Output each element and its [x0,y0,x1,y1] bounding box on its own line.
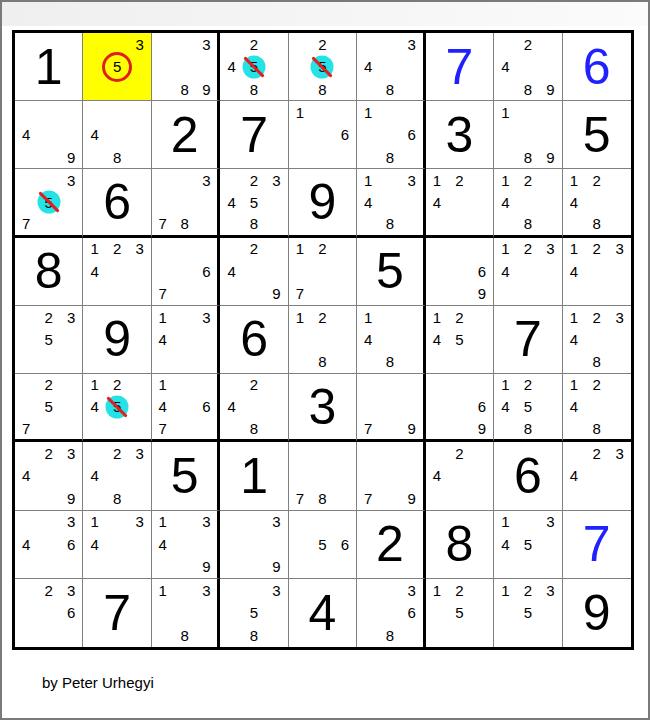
candidate-7: 7 [152,213,174,235]
candidate-6: 6 [401,124,423,146]
cell-r1c1[interactable]: 1 [15,33,83,101]
candidate-9: 9 [539,146,561,168]
cell-r5c4[interactable]: 6 [220,306,288,374]
candidate-1: 1 [357,306,379,328]
candidates-grid: 128 [289,306,356,373]
candidate-8: 8 [379,146,401,168]
given-digit: 9 [103,314,131,364]
cell-r6c8[interactable]: 12458 [494,374,562,442]
candidate-3: 3 [196,306,218,328]
cell-r6c6[interactable]: 79 [357,374,425,442]
given-digit: 8 [35,246,63,296]
cell-r8c4[interactable]: 39 [220,511,288,579]
cell-r5c8[interactable]: 7 [494,306,562,374]
candidate-8: 8 [174,624,196,647]
cell-r5c1[interactable]: 235 [15,306,83,374]
cell-r5c5[interactable]: 128 [289,306,357,374]
candidate-4: 4 [357,191,379,213]
candidate-3: 3 [128,238,150,260]
candidates-grid: 1234 [563,238,631,305]
candidate-4: 4 [494,396,516,418]
candidate-5-eliminated-disc: 5 [106,396,128,418]
candidate-1: 1 [426,306,448,328]
candidate-3: 3 [539,511,561,533]
cell-r4c7[interactable]: 69 [426,238,494,306]
candidate-9: 9 [539,78,561,100]
candidate-4: 4 [220,191,242,213]
cell-r2c5[interactable]: 16 [289,101,357,169]
given-digit: 7 [514,314,542,364]
candidate-5-circled: 5 [106,55,128,77]
given-digit: 2 [171,110,199,160]
candidate-4: 4 [494,191,516,213]
cell-r5c6[interactable]: 148 [357,306,425,374]
cell-r9c9[interactable]: 9 [563,579,631,647]
candidate-5: 5 [37,328,59,350]
cell-r8c9[interactable]: 7 [563,511,631,579]
cell-r3c6[interactable]: 1348 [357,169,425,237]
candidate-4: 4 [83,124,105,146]
credit-text: by Peter Urhegyi [42,674,154,691]
candidate-4: 4 [563,260,586,282]
given-digit: 9 [309,177,337,227]
candidate-1: 1 [563,169,586,191]
candidate-6: 6 [471,260,493,282]
candidate-1: 1 [494,238,516,260]
candidate-2: 2 [448,169,470,191]
candidate-8: 8 [243,418,265,440]
cell-r1c4[interactable]: 2458 [220,33,288,101]
candidate-4: 4 [220,260,242,282]
candidate-4: 4 [220,55,242,77]
cell-r1c2[interactable]: 35 [83,33,151,101]
cell-r7c3[interactable]: 5 [152,442,220,510]
cell-r1c7[interactable]: 7 [426,33,494,101]
cell-r6c3[interactable]: 1467 [152,374,220,442]
candidate-5: 5 [517,533,539,555]
candidates-grid: 79 [357,442,422,509]
candidates-grid: 348 [357,33,422,100]
candidate-2: 2 [517,33,539,55]
candidate-4: 4 [83,260,105,282]
cell-r9c4[interactable]: 358 [220,579,288,647]
candidate-8: 8 [585,418,608,440]
candidates-grid: 124 [426,169,493,234]
candidate-4: 4 [357,328,379,350]
candidate-2: 2 [517,579,539,602]
candidate-4: 4 [563,465,586,487]
given-digit: 7 [103,588,131,638]
candidate-3: 3 [401,33,423,55]
candidate-7: 7 [152,282,174,304]
candidate-2: 2 [517,238,539,260]
candidate-1: 1 [563,374,586,396]
candidate-2: 2 [311,238,333,260]
candidate-3: 3 [265,511,287,533]
candidate-1: 1 [563,306,586,328]
cell-r5c7[interactable]: 1245 [426,306,494,374]
candidate-4: 4 [152,328,174,350]
candidates-grid: 1248 [563,374,631,439]
candidate-5: 5 [243,602,265,625]
candidate-1: 1 [152,306,174,328]
candidate-8: 8 [106,146,128,168]
candidate-3: 3 [60,442,82,464]
given-digit: 6 [240,314,268,364]
candidate-4: 4 [220,396,242,418]
candidate-5: 5 [37,396,59,418]
candidate-9: 9 [196,78,218,100]
candidates-grid: 2458 [220,33,287,100]
cell-r3c8[interactable]: 1248 [494,169,562,237]
header-bar [2,2,648,26]
cell-r8c5[interactable]: 56 [289,511,357,579]
candidate-2: 2 [585,238,608,260]
candidate-5: 5 [448,328,470,350]
candidates-grid: 78 [289,442,356,509]
cell-r6c5[interactable]: 3 [289,374,357,442]
cell-r4c1[interactable]: 8 [15,238,83,306]
sudoku-app-window: 1353892458258348724896494827161683189535… [0,0,650,720]
cell-r6c1[interactable]: 257 [15,374,83,442]
candidate-2: 2 [243,33,265,55]
cell-r9c7[interactable]: 125 [426,579,494,647]
candidate-4: 4 [426,328,448,350]
cell-r8c1[interactable]: 346 [15,511,83,579]
candidate-2: 2 [585,442,608,464]
candidate-2: 2 [37,579,59,602]
candidate-7: 7 [15,418,37,440]
candidate-1: 1 [357,169,379,191]
candidates-grid: 378 [152,169,217,234]
cell-r6c4[interactable]: 248 [220,374,288,442]
candidate-9: 9 [401,487,423,509]
candidates-grid: 69 [426,238,493,305]
candidate-2: 2 [517,169,539,191]
given-digit: 1 [35,42,63,92]
candidates-grid: 1245 [83,374,150,439]
cell-r4c3[interactable]: 67 [152,238,220,306]
candidates-grid: 1248 [563,169,631,234]
cell-r7c7[interactable]: 24 [426,442,494,510]
candidates-grid: 12458 [494,374,561,439]
candidate-6: 6 [196,260,218,282]
candidate-9: 9 [265,282,287,304]
cell-r4c4[interactable]: 249 [220,238,288,306]
cell-r9c5[interactable]: 4 [289,579,357,647]
given-digit: 9 [583,588,611,638]
cell-r3c7[interactable]: 124 [426,169,494,237]
candidate-1: 1 [494,511,516,533]
candidate-9: 9 [60,487,82,509]
cell-r3c3[interactable]: 378 [152,169,220,237]
candidate-4: 4 [357,55,379,77]
candidate-1: 1 [494,374,516,396]
candidate-8: 8 [243,213,265,235]
candidate-4: 4 [83,396,105,418]
candidate-2: 2 [585,169,608,191]
cell-r2c4[interactable]: 7 [220,101,288,169]
candidate-3: 3 [401,579,423,602]
candidates-grid: 2348 [83,442,150,509]
candidate-8: 8 [174,213,196,235]
candidate-2: 2 [37,374,59,396]
given-digit: 1 [240,451,268,501]
candidate-1: 1 [426,579,448,602]
candidate-3: 3 [539,579,561,602]
cell-r4c2[interactable]: 1234 [83,238,151,306]
candidate-1: 1 [494,101,516,123]
cell-r7c8[interactable]: 6 [494,442,562,510]
candidate-1: 1 [152,374,174,396]
candidate-8: 8 [517,213,539,235]
candidate-1: 1 [83,511,105,533]
candidate-6: 6 [60,533,82,555]
candidate-1: 1 [152,511,174,533]
candidates-grid: 1349 [152,511,217,578]
candidate-3: 3 [608,238,631,260]
candidate-3: 3 [196,169,218,191]
candidates-grid: 23458 [220,169,287,234]
cell-r1c8[interactable]: 2489 [494,33,562,101]
candidate-8: 8 [311,487,333,509]
cell-r2c9[interactable]: 5 [563,101,631,169]
cell-r7c6[interactable]: 79 [357,442,425,510]
candidate-8: 8 [379,351,401,373]
cell-r3c2[interactable]: 6 [83,169,151,237]
candidate-2: 2 [106,442,128,464]
candidate-5-eliminated-disc: 5 [37,191,59,213]
candidate-2: 2 [585,306,608,328]
cell-r4c9[interactable]: 1234 [563,238,631,306]
candidate-2: 2 [243,238,265,260]
candidate-8: 8 [517,146,539,168]
candidate-1: 1 [426,169,448,191]
candidate-5: 5 [517,602,539,625]
candidate-1: 1 [152,579,174,602]
candidate-6: 6 [334,124,356,146]
candidate-9: 9 [60,146,82,168]
cell-r1c5[interactable]: 258 [289,33,357,101]
candidates-grid: 168 [357,101,422,168]
candidate-4: 4 [563,328,586,350]
candidate-9: 9 [196,555,218,577]
candidates-grid: 79 [357,374,422,439]
cell-r5c3[interactable]: 134 [152,306,220,374]
candidate-5: 5 [448,602,470,625]
cell-r7c9[interactable]: 234 [563,442,631,510]
candidate-7: 7 [357,418,379,440]
cell-r2c3[interactable]: 2 [152,101,220,169]
candidate-3: 3 [60,511,82,533]
cell-r9c8[interactable]: 1235 [494,579,562,647]
cell-r5c2[interactable]: 9 [83,306,151,374]
cell-r9c2[interactable]: 7 [83,579,151,647]
candidates-grid: 16 [289,101,356,168]
cell-r2c7[interactable]: 3 [426,101,494,169]
candidate-1: 1 [494,169,516,191]
candidate-4: 4 [152,396,174,418]
solved-digit: 6 [583,42,611,92]
candidate-6: 6 [196,396,218,418]
cell-r3c4[interactable]: 23458 [220,169,288,237]
cell-r2c6[interactable]: 168 [357,101,425,169]
board: 1353892458258348724896494827161683189535… [12,30,634,650]
candidates-grid: 12348 [563,306,631,373]
cell-r1c9[interactable]: 6 [563,33,631,101]
solved-digit: 7 [583,519,611,569]
cell-r3c5[interactable]: 9 [289,169,357,237]
candidate-3: 3 [265,169,287,191]
candidates-grid: 148 [357,306,422,373]
given-digit: 6 [103,177,131,227]
candidate-1: 1 [83,374,105,396]
candidate-7: 7 [357,487,379,509]
candidate-1: 1 [357,101,379,123]
cell-r2c8[interactable]: 189 [494,101,562,169]
candidate-8: 8 [585,351,608,373]
candidates-grid: 1234 [494,238,561,305]
candidate-3: 3 [539,238,561,260]
candidate-4: 4 [494,533,516,555]
candidate-1: 1 [289,101,311,123]
cell-r6c9[interactable]: 1248 [563,374,631,442]
candidate-2: 2 [37,306,59,328]
candidates-grid: 389 [152,33,217,100]
cell-r3c9[interactable]: 1248 [563,169,631,237]
candidates-grid: 189 [494,101,561,168]
candidates-grid: 69 [426,374,493,439]
candidate-3: 3 [196,33,218,55]
candidates-grid: 35 [83,33,150,100]
candidate-4: 4 [494,260,516,282]
cell-r9c6[interactable]: 368 [357,579,425,647]
cell-r4c8[interactable]: 1234 [494,238,562,306]
candidate-9: 9 [471,418,493,440]
candidates-grid: 1235 [494,579,561,647]
cell-r9c3[interactable]: 138 [152,579,220,647]
candidates-grid: 49 [15,101,82,168]
cell-r5c9[interactable]: 12348 [563,306,631,374]
candidate-1: 1 [494,579,516,602]
candidate-8: 8 [174,78,196,100]
candidate-3: 3 [196,579,218,602]
candidate-2: 2 [243,374,265,396]
candidate-8: 8 [106,487,128,509]
given-digit: 5 [583,110,611,160]
candidate-5-eliminated-disc: 5 [311,55,333,77]
candidate-4: 4 [15,124,37,146]
candidate-3: 3 [128,442,150,464]
cell-r7c5[interactable]: 78 [289,442,357,510]
candidate-8: 8 [311,78,333,100]
cell-r1c3[interactable]: 389 [152,33,220,101]
candidate-8: 8 [243,78,265,100]
candidates-grid: 249 [220,238,287,305]
candidate-4: 4 [83,465,105,487]
candidate-4: 4 [15,533,37,555]
candidates-grid: 39 [220,511,287,578]
cell-r1c6[interactable]: 348 [357,33,425,101]
candidate-5-eliminated-disc: 5 [243,55,265,77]
candidate-8: 8 [379,213,401,235]
candidates-grid: 56 [289,511,356,578]
candidates-grid: 1348 [357,169,422,234]
candidate-5: 5 [311,533,333,555]
candidates-grid: 134 [83,511,150,578]
candidate-3: 3 [196,511,218,533]
candidates-grid: 2349 [15,442,82,509]
candidate-2: 2 [448,306,470,328]
cell-r7c1[interactable]: 2349 [15,442,83,510]
candidate-9: 9 [471,282,493,304]
candidate-5: 5 [243,191,265,213]
candidate-3: 3 [128,511,150,533]
given-digit: 7 [240,110,268,160]
candidates-grid: 357 [15,169,82,234]
solved-digit: 7 [445,42,473,92]
candidate-2: 2 [517,374,539,396]
given-digit: 6 [514,451,542,501]
candidate-8: 8 [517,418,539,440]
given-digit: 5 [171,451,199,501]
cell-r4c5[interactable]: 127 [289,238,357,306]
candidates-grid: 235 [15,306,82,373]
candidate-2: 2 [585,374,608,396]
candidates-grid: 1467 [152,374,217,439]
candidates-grid: 346 [15,511,82,578]
candidate-7: 7 [152,418,174,440]
candidate-2: 2 [311,306,333,328]
cell-r8c7[interactable]: 8 [426,511,494,579]
candidates-grid: 234 [563,442,631,509]
cell-r2c2[interactable]: 48 [83,101,151,169]
candidates-grid: 67 [152,238,217,305]
cell-r4c6[interactable]: 5 [357,238,425,306]
candidate-3: 3 [60,169,82,191]
candidate-4: 4 [426,465,448,487]
candidates-grid: 24 [426,442,493,509]
cell-r3c1[interactable]: 357 [15,169,83,237]
candidate-4: 4 [426,191,448,213]
given-digit: 2 [376,519,404,569]
candidates-grid: 127 [289,238,356,305]
candidates-grid: 258 [289,33,356,100]
cell-r8c6[interactable]: 2 [357,511,425,579]
cell-r7c2[interactable]: 2348 [83,442,151,510]
candidate-4: 4 [152,533,174,555]
candidate-8: 8 [379,78,401,100]
candidates-grid: 2489 [494,33,561,100]
candidates-grid: 1234 [83,238,150,305]
cell-r2c1[interactable]: 49 [15,101,83,169]
cell-r7c4[interactable]: 1 [220,442,288,510]
given-digit: 8 [445,519,473,569]
candidate-2: 2 [311,33,333,55]
cell-r9c1[interactable]: 236 [15,579,83,647]
cell-r8c2[interactable]: 134 [83,511,151,579]
given-digit: 5 [376,246,404,296]
candidate-4: 4 [494,55,516,77]
candidate-2: 2 [448,442,470,464]
candidate-3: 3 [608,306,631,328]
cell-r8c3[interactable]: 1349 [152,511,220,579]
cell-r8c8[interactable]: 1345 [494,511,562,579]
candidate-7: 7 [289,487,311,509]
candidate-6: 6 [471,396,493,418]
cell-r6c2[interactable]: 1245 [83,374,151,442]
cell-r6c7[interactable]: 69 [426,374,494,442]
